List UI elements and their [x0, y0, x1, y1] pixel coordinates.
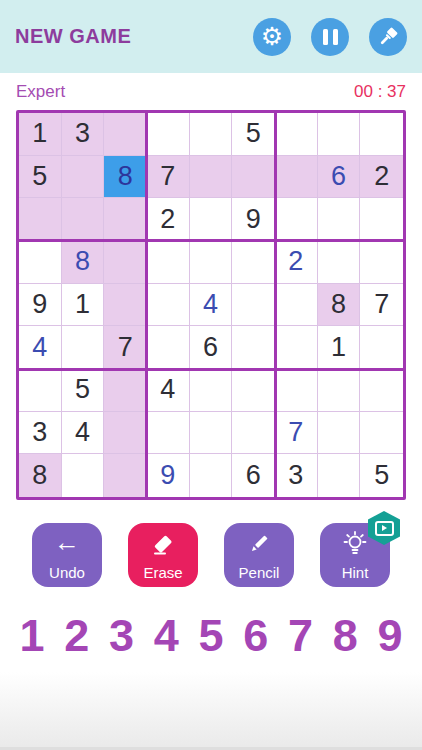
pause-icon	[323, 29, 338, 45]
header-buttons: ⚙	[253, 18, 407, 56]
cell-r2c2[interactable]	[62, 156, 105, 199]
cell-r4c2[interactable]: 8	[62, 241, 105, 284]
cell-r9c2[interactable]	[62, 454, 105, 497]
numpad-6[interactable]: 6	[236, 613, 276, 658]
cell-r9c9[interactable]: 5	[360, 454, 403, 497]
cell-r1c3[interactable]	[104, 113, 147, 156]
cell-r4c1[interactable]	[19, 241, 62, 284]
block-divider	[19, 368, 403, 371]
sudoku-board: 1355876229829148747615434789635	[16, 110, 406, 500]
number-pad: 123456789	[0, 613, 422, 658]
numpad-9[interactable]: 9	[370, 613, 410, 658]
cell-r7c7[interactable]	[275, 369, 318, 412]
cell-r8c7[interactable]: 7	[275, 412, 318, 455]
block-divider	[145, 113, 148, 497]
cell-r3c6[interactable]: 9	[232, 198, 275, 241]
cell-r7c9[interactable]	[360, 369, 403, 412]
cell-r5c4[interactable]	[147, 284, 190, 327]
cell-r3c3[interactable]	[104, 198, 147, 241]
cell-r1c1[interactable]: 1	[19, 113, 62, 156]
cell-r6c5[interactable]: 6	[190, 326, 233, 369]
cell-r1c4[interactable]	[147, 113, 190, 156]
cell-r5c2[interactable]: 1	[62, 284, 105, 327]
video-play-icon	[375, 521, 394, 536]
pencil-icon	[246, 531, 272, 557]
cell-r4c5[interactable]	[190, 241, 233, 284]
cell-r6c7[interactable]	[275, 326, 318, 369]
cell-r7c2[interactable]: 5	[62, 369, 105, 412]
cell-r9c7[interactable]: 3	[275, 454, 318, 497]
cell-r7c4[interactable]: 4	[147, 369, 190, 412]
hint-label: Hint	[342, 565, 369, 580]
cell-r6c2[interactable]	[62, 326, 105, 369]
undo-button[interactable]: ← Undo	[32, 523, 102, 587]
erase-button[interactable]: Erase	[128, 523, 198, 587]
eraser-icon	[149, 531, 177, 557]
cell-r9c3[interactable]	[104, 454, 147, 497]
cell-r1c7[interactable]	[275, 113, 318, 156]
cell-r8c9[interactable]	[360, 412, 403, 455]
cell-r7c1[interactable]	[19, 369, 62, 412]
cell-r5c7[interactable]	[275, 284, 318, 327]
cell-r1c8[interactable]	[318, 113, 361, 156]
cell-r8c3[interactable]	[104, 412, 147, 455]
numpad-5[interactable]: 5	[191, 613, 231, 658]
info-row: Expert 00 : 37	[0, 73, 422, 110]
cell-r1c6[interactable]: 5	[232, 113, 275, 156]
hint-button[interactable]: Hint	[320, 523, 390, 587]
cell-r5c6[interactable]	[232, 284, 275, 327]
gear-icon: ⚙	[261, 24, 283, 49]
bottom-fade	[0, 672, 422, 750]
cell-r3c7[interactable]	[275, 198, 318, 241]
cell-r5c1[interactable]: 9	[19, 284, 62, 327]
cell-r4c7[interactable]: 2	[275, 241, 318, 284]
cell-r6c6[interactable]	[232, 326, 275, 369]
cell-r7c5[interactable]	[190, 369, 233, 412]
cell-r6c8[interactable]: 1	[318, 326, 361, 369]
cell-r3c2[interactable]	[62, 198, 105, 241]
cell-r1c2[interactable]: 3	[62, 113, 105, 156]
undo-arrow-icon: ←	[54, 529, 80, 555]
cell-r6c1[interactable]: 4	[19, 326, 62, 369]
difficulty-label: Expert	[16, 82, 65, 102]
cell-r2c3[interactable]: 8	[104, 156, 147, 199]
lightbulb-icon	[341, 531, 369, 558]
pencil-button[interactable]: Pencil	[224, 523, 294, 587]
cell-r9c8[interactable]	[318, 454, 361, 497]
cell-r3c4[interactable]: 2	[147, 198, 190, 241]
page-title: NEW GAME	[15, 25, 131, 48]
erase-label: Erase	[143, 565, 182, 580]
cell-r3c5[interactable]	[190, 198, 233, 241]
numpad-3[interactable]: 3	[102, 613, 142, 658]
cell-r7c3[interactable]	[104, 369, 147, 412]
theme-button[interactable]	[369, 18, 407, 56]
numpad-7[interactable]: 7	[281, 613, 321, 658]
cell-r2c1[interactable]: 5	[19, 156, 62, 199]
cell-r5c9[interactable]: 7	[360, 284, 403, 327]
cell-r8c4[interactable]	[147, 412, 190, 455]
cell-r6c4[interactable]	[147, 326, 190, 369]
block-divider	[274, 113, 277, 497]
cell-r8c8[interactable]	[318, 412, 361, 455]
cell-r8c2[interactable]: 4	[62, 412, 105, 455]
cell-r4c6[interactable]	[232, 241, 275, 284]
timer: 00 : 37	[354, 82, 406, 102]
cell-r9c5[interactable]	[190, 454, 233, 497]
cell-r5c8[interactable]: 8	[318, 284, 361, 327]
cell-r8c6[interactable]	[232, 412, 275, 455]
settings-button[interactable]: ⚙	[253, 18, 291, 56]
cell-r2c7[interactable]	[275, 156, 318, 199]
cell-r2c8[interactable]: 6	[318, 156, 361, 199]
cell-r1c5[interactable]	[190, 113, 233, 156]
cell-r6c3[interactable]: 7	[104, 326, 147, 369]
paintbrush-icon	[376, 25, 400, 49]
cell-r2c4[interactable]: 7	[147, 156, 190, 199]
numpad-1[interactable]: 1	[12, 613, 52, 658]
block-divider	[19, 239, 403, 242]
cell-r7c8[interactable]	[318, 369, 361, 412]
header: NEW GAME ⚙	[0, 0, 422, 73]
numpad-2[interactable]: 2	[57, 613, 97, 658]
cell-r3c9[interactable]	[360, 198, 403, 241]
cell-r4c4[interactable]	[147, 241, 190, 284]
pause-button[interactable]	[311, 18, 349, 56]
cell-r4c8[interactable]	[318, 241, 361, 284]
cell-r3c8[interactable]	[318, 198, 361, 241]
cell-r2c6[interactable]	[232, 156, 275, 199]
pencil-label: Pencil	[239, 565, 280, 580]
cell-r8c5[interactable]	[190, 412, 233, 455]
cell-r2c9[interactable]: 2	[360, 156, 403, 199]
cell-r9c1[interactable]: 8	[19, 454, 62, 497]
numpad-4[interactable]: 4	[146, 613, 186, 658]
cell-r3c1[interactable]	[19, 198, 62, 241]
cell-r6c9[interactable]	[360, 326, 403, 369]
cell-r7c6[interactable]	[232, 369, 275, 412]
cell-r9c4[interactable]: 9	[147, 454, 190, 497]
cell-r5c5[interactable]: 4	[190, 284, 233, 327]
cell-r4c9[interactable]	[360, 241, 403, 284]
cell-r2c5[interactable]	[190, 156, 233, 199]
numpad-8[interactable]: 8	[325, 613, 365, 658]
cell-r1c9[interactable]	[360, 113, 403, 156]
cell-r9c6[interactable]: 6	[232, 454, 275, 497]
cell-r8c1[interactable]: 3	[19, 412, 62, 455]
cell-r4c3[interactable]	[104, 241, 147, 284]
undo-label: Undo	[49, 565, 85, 580]
toolbar: ← Undo Erase Pencil	[0, 523, 422, 587]
cell-r5c3[interactable]	[104, 284, 147, 327]
